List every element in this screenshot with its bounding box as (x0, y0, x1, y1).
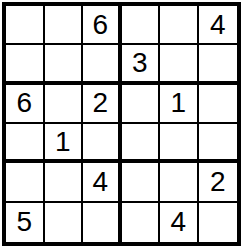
cell-r2c5[interactable] (160, 45, 199, 84)
cell-r2c1[interactable] (6, 45, 45, 84)
cell-r3c2[interactable] (45, 85, 84, 124)
cell-r1c5[interactable] (160, 6, 199, 45)
cell-r5c6[interactable]: 2 (199, 163, 238, 202)
given-digit: 2 (210, 168, 226, 196)
cell-r6c1[interactable]: 5 (6, 203, 45, 242)
cell-r4c4[interactable] (122, 124, 161, 163)
cell-r6c2[interactable] (45, 203, 84, 242)
cell-r4c2[interactable]: 1 (45, 124, 84, 163)
cell-r2c4[interactable]: 3 (122, 45, 161, 84)
given-digit: 5 (16, 208, 32, 236)
cell-r5c5[interactable] (160, 163, 199, 202)
given-digit: 1 (55, 128, 71, 156)
cell-r5c1[interactable] (6, 163, 45, 202)
given-digit: 4 (92, 168, 108, 196)
given-digit: 6 (92, 11, 108, 39)
cell-r4c3[interactable] (83, 124, 122, 163)
cell-r1c6[interactable]: 4 (199, 6, 238, 45)
cell-r1c3[interactable]: 6 (83, 6, 122, 45)
cell-r1c4[interactable] (122, 6, 161, 45)
given-digit: 2 (92, 89, 108, 117)
cell-r6c3[interactable] (83, 203, 122, 242)
cell-r5c3[interactable]: 4 (83, 163, 122, 202)
cell-r3c4[interactable] (122, 85, 161, 124)
cell-r2c3[interactable] (83, 45, 122, 84)
given-digit: 4 (170, 208, 186, 236)
cell-r4c5[interactable] (160, 124, 199, 163)
sudoku-board: 64362114254 (2, 2, 241, 246)
cell-r4c6[interactable] (199, 124, 238, 163)
given-digit: 1 (170, 89, 186, 117)
cell-r2c2[interactable] (45, 45, 84, 84)
given-digit: 6 (16, 89, 32, 117)
cell-r3c6[interactable] (199, 85, 238, 124)
given-digit: 3 (132, 49, 148, 77)
cell-r6c4[interactable] (122, 203, 161, 242)
cell-r3c3[interactable]: 2 (83, 85, 122, 124)
given-digit: 4 (210, 11, 226, 39)
cell-r1c2[interactable] (45, 6, 84, 45)
cell-r5c4[interactable] (122, 163, 161, 202)
cell-r1c1[interactable] (6, 6, 45, 45)
cell-r5c2[interactable] (45, 163, 84, 202)
sudoku-screenshot: 64362114254 (0, 0, 243, 249)
cell-r6c5[interactable]: 4 (160, 203, 199, 242)
cell-r3c1[interactable]: 6 (6, 85, 45, 124)
cell-r3c5[interactable]: 1 (160, 85, 199, 124)
cell-r4c1[interactable] (6, 124, 45, 163)
cell-r6c6[interactable] (199, 203, 238, 242)
cell-r2c6[interactable] (199, 45, 238, 84)
